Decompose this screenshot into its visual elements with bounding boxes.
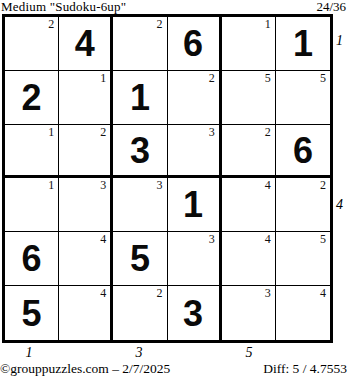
col-label-5: 5	[240, 346, 258, 360]
given-digit: 1	[130, 79, 150, 116]
given-digit: 1	[293, 25, 313, 62]
given-digit: 1	[183, 186, 203, 223]
cell-r4c1[interactable]: 1	[5, 178, 59, 232]
corner-clue: 1	[48, 125, 54, 139]
corner-clue: 2	[320, 178, 326, 192]
corner-clue: 5	[320, 71, 326, 85]
cell-r3c2[interactable]: 2	[59, 125, 113, 179]
cell-r5c6[interactable]: 5	[276, 232, 330, 286]
board-grid: 242611211255123326133142645345542334	[2, 14, 333, 343]
cell-r4c5[interactable]: 4	[222, 178, 276, 232]
cell-r2c2[interactable]: 1	[59, 71, 113, 125]
cell-r5c2[interactable]: 4	[59, 232, 113, 286]
given-digit: 3	[183, 295, 203, 332]
cell-r6c3[interactable]: 2	[113, 286, 167, 340]
corner-clue: 3	[100, 178, 106, 192]
corner-clue: 1	[48, 178, 54, 192]
corner-clue: 3	[265, 286, 271, 300]
copyright-text: ©grouppuzzles.com – 2/7/2025	[0, 361, 170, 377]
cell-r4c2[interactable]: 3	[59, 178, 113, 232]
cell-r3c4[interactable]: 3	[168, 125, 222, 179]
col-label-3: 3	[130, 346, 148, 360]
cell-r3c5[interactable]: 2	[222, 125, 276, 179]
corner-clue: 2	[209, 71, 215, 85]
cell-counter: 24/36	[316, 0, 346, 15]
corner-clue: 3	[157, 178, 163, 192]
given-digit: 5	[22, 295, 42, 332]
corner-clue: 4	[100, 232, 106, 246]
corner-clue: 3	[209, 232, 215, 246]
corner-clue: 4	[320, 286, 326, 300]
cell-r2c3[interactable]: 1	[113, 71, 167, 125]
col-label-1: 1	[20, 346, 38, 360]
row-label-4: 4	[336, 198, 343, 212]
puzzle-title: Medium "Sudoku-6up"	[1, 0, 126, 15]
corner-clue: 3	[209, 125, 215, 139]
cell-r6c2[interactable]: 4	[59, 286, 113, 340]
corner-clue: 4	[100, 286, 106, 300]
cell-r6c6[interactable]: 4	[276, 286, 330, 340]
corner-clue: 4	[265, 232, 271, 246]
given-digit: 2	[22, 79, 42, 116]
given-digit: 6	[22, 240, 42, 277]
row-label-1: 1	[336, 34, 343, 48]
cell-r3c1[interactable]: 1	[5, 125, 59, 179]
cell-r1c5[interactable]: 1	[222, 17, 276, 71]
cell-r4c6[interactable]: 2	[276, 178, 330, 232]
corner-clue: 2	[100, 125, 106, 139]
cell-r5c1[interactable]: 6	[5, 232, 59, 286]
cell-r1c6[interactable]: 1	[276, 17, 330, 71]
corner-clue: 5	[320, 232, 326, 246]
cell-r5c5[interactable]: 4	[222, 232, 276, 286]
cell-r6c4[interactable]: 3	[168, 286, 222, 340]
corner-clue: 2	[157, 286, 163, 300]
cell-r6c1[interactable]: 5	[5, 286, 59, 340]
cell-r2c5[interactable]: 5	[222, 71, 276, 125]
corner-clue: 1	[265, 17, 271, 31]
corner-clue: 1	[100, 71, 106, 85]
cell-r4c3[interactable]: 3	[113, 178, 167, 232]
cell-r1c1[interactable]: 2	[5, 17, 59, 71]
corner-clue: 4	[265, 178, 271, 192]
cell-r1c3[interactable]: 2	[113, 17, 167, 71]
puzzle-page: Medium "Sudoku-6up" 24/36 24261121125512…	[0, 0, 347, 381]
given-digit: 6	[183, 25, 203, 62]
cell-r6c5[interactable]: 3	[222, 286, 276, 340]
cell-r5c3[interactable]: 5	[113, 232, 167, 286]
given-digit: 4	[75, 25, 95, 62]
corner-clue: 2	[265, 125, 271, 139]
cell-r2c6[interactable]: 5	[276, 71, 330, 125]
given-digit: 5	[130, 240, 150, 277]
cell-r2c4[interactable]: 2	[168, 71, 222, 125]
cell-r1c2[interactable]: 4	[59, 17, 113, 71]
corner-clue: 5	[265, 71, 271, 85]
cell-r4c4[interactable]: 1	[168, 178, 222, 232]
difficulty-text: Diff: 5 / 4.7553	[263, 361, 347, 377]
corner-clue: 2	[48, 17, 54, 31]
cell-r3c3[interactable]: 3	[113, 125, 167, 179]
cell-r1c4[interactable]: 6	[168, 17, 222, 71]
given-digit: 3	[130, 132, 150, 169]
cell-r3c6[interactable]: 6	[276, 125, 330, 179]
corner-clue: 2	[157, 17, 163, 31]
cell-r2c1[interactable]: 2	[5, 71, 59, 125]
given-digit: 6	[293, 132, 313, 169]
cell-r5c4[interactable]: 3	[168, 232, 222, 286]
